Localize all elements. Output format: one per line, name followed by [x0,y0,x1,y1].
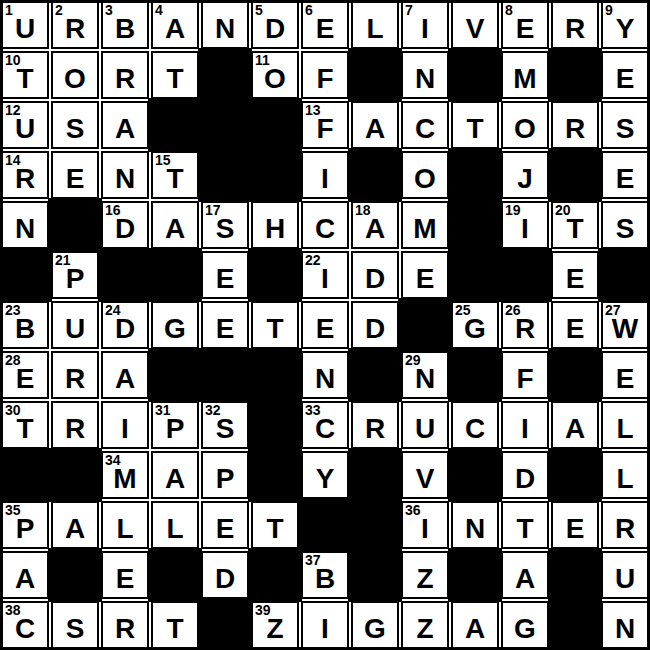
cell-r7c2[interactable]: U [51,301,99,349]
cell-r5c12[interactable]: 20T [551,201,599,249]
cell-letter: B [3,315,47,343]
cell-r10c11[interactable]: D [501,451,549,499]
cell-r5c3[interactable]: 16D [101,201,149,249]
cell-letter: A [553,415,597,443]
cell-r12c11[interactable]: A [501,551,549,599]
cell-r11c13[interactable]: R [601,501,649,549]
cell-letter: I [303,615,347,643]
cell-letter: L [153,515,197,543]
cell-r10c9[interactable]: V [401,451,449,499]
cell-r10c7[interactable]: Y [301,451,349,499]
cell-r6c8[interactable]: D [351,251,399,299]
cell-letter: E [603,65,647,93]
cell-letter: Z [253,615,297,643]
black-cell-r6c11 [500,250,550,300]
black-cell-r10c6 [250,450,300,500]
cell-letter: N [603,615,647,643]
cell-r6c5[interactable]: E [201,251,249,299]
cell-letter: U [403,415,447,443]
cell-r9c3[interactable]: I [101,401,149,449]
cell-r6c12[interactable]: E [551,251,599,299]
cell-r8c1[interactable]: 28E [1,351,49,399]
cell-r1c13[interactable]: 9Y [601,1,649,49]
cell-letter: O [403,165,447,193]
cell-letter: E [203,315,247,343]
cell-r9c5[interactable]: 32S [201,401,249,449]
cell-r13c8[interactable]: G [351,601,399,649]
cell-letter: C [453,415,497,443]
cell-r13c7[interactable]: I [301,601,349,649]
cell-letter: E [603,365,647,393]
black-cell-r4c6 [250,150,300,200]
cell-letter: A [103,365,147,393]
black-cell-r12c10 [450,550,500,600]
cell-r1c7[interactable]: 6E [301,1,349,49]
cell-r8c9[interactable]: 29N [401,351,449,399]
cell-letter: U [3,115,47,143]
cell-r9c13[interactable]: L [601,401,649,449]
cell-r3c13[interactable]: S [601,101,649,149]
cell-letter: W [603,315,647,343]
cell-letter: E [53,165,97,193]
cell-r6c7[interactable]: 22I [301,251,349,299]
cell-r11c2[interactable]: A [51,501,99,549]
cell-letter: A [153,15,197,43]
cell-letter: I [403,15,447,43]
cell-r6c2[interactable]: 21P [51,251,99,299]
cell-letter: S [53,615,97,643]
black-cell-r10c10 [450,450,500,500]
cell-letter: A [353,215,397,243]
cell-r7c7[interactable]: E [301,301,349,349]
black-cell-r6c10 [450,250,500,300]
cell-letter: G [453,315,497,343]
cell-letter: A [153,465,197,493]
black-cell-r3c6 [250,100,300,150]
cell-r12c13[interactable]: U [601,551,649,599]
cell-letter: G [503,615,547,643]
black-cell-r11c8 [350,500,400,550]
cell-letter: E [303,15,347,43]
cell-r7c6[interactable]: T [251,301,299,349]
cell-letter: T [253,515,297,543]
cell-r12c1[interactable]: A [1,551,49,599]
cell-r5c13[interactable]: S [601,201,649,249]
black-cell-r7c9 [400,300,450,350]
black-cell-r8c10 [450,350,500,400]
black-cell-r10c2 [50,450,100,500]
cell-letter: I [503,215,547,243]
cell-r9c12[interactable]: A [551,401,599,449]
cell-letter: S [203,215,247,243]
cell-letter: R [103,615,147,643]
cell-letter: C [403,115,447,143]
black-cell-r2c5 [200,50,250,100]
cell-letter: U [603,565,647,593]
cell-r8c3[interactable]: A [101,351,149,399]
cell-letter: A [153,215,197,243]
cell-letter: E [203,515,247,543]
cell-letter: B [103,15,147,43]
cell-letter: V [403,465,447,493]
cell-letter: E [3,365,47,393]
cell-letter: A [353,115,397,143]
cell-r4c3[interactable]: N [101,151,149,199]
cell-letter: B [303,565,347,593]
cell-r2c1[interactable]: 10T [1,51,49,99]
cell-r9c8[interactable]: R [351,401,399,449]
cell-letter: R [603,515,647,543]
cell-letter: G [153,315,197,343]
cell-r1c8[interactable]: L [351,1,399,49]
black-cell-r5c10 [450,200,500,250]
cell-letter: U [3,15,47,43]
cell-letter: R [103,65,147,93]
cell-letter: E [403,265,447,293]
cell-r3c7[interactable]: 13F [301,101,349,149]
cell-r7c3[interactable]: 24D [101,301,149,349]
cell-r11c3[interactable]: L [101,501,149,549]
cell-letter: E [603,165,647,193]
cell-letter: J [503,165,547,193]
cell-r5c5[interactable]: 17S [201,201,249,249]
black-cell-r8c12 [550,350,600,400]
cell-r6c9[interactable]: E [401,251,449,299]
cell-r1c6[interactable]: 5D [251,1,299,49]
cell-letter: A [503,565,547,593]
cell-r7c4[interactable]: G [151,301,199,349]
black-cell-r9c6 [250,400,300,450]
cell-r1c1[interactable]: 1U [1,1,49,49]
cell-r5c11[interactable]: 19I [501,201,549,249]
crossword-board: 1U2R3B4AN5D6EL7IV8ER9Y10TORT11OFNME12USA… [0,0,650,650]
cell-letter: P [3,515,47,543]
cell-r13c1[interactable]: 38C [1,601,49,649]
cell-r2c13[interactable]: E [601,51,649,99]
black-cell-r13c5 [200,600,250,650]
cell-r1c12[interactable]: R [551,1,599,49]
cell-letter: O [503,115,547,143]
cell-r3c2[interactable]: S [51,101,99,149]
cell-letter: I [103,415,147,443]
cell-r8c13[interactable]: E [601,351,649,399]
cell-r13c13[interactable]: N [601,601,649,649]
cell-letter: I [503,415,547,443]
cell-letter: A [103,115,147,143]
cell-letter: R [53,415,97,443]
cell-r1c3[interactable]: 3B [101,1,149,49]
cell-r1c9[interactable]: 7I [401,1,449,49]
cell-r2c11[interactable]: M [501,51,549,99]
cell-letter: P [53,265,97,293]
black-cell-r6c3 [100,250,150,300]
cell-letter: A [453,615,497,643]
cell-letter: R [53,15,97,43]
cell-r3c10[interactable]: T [451,101,499,149]
cell-r4c9[interactable]: O [401,151,449,199]
cell-letter: M [103,465,147,493]
cell-r11c1[interactable]: 35P [1,501,49,549]
cell-letter: U [53,315,97,343]
black-cell-r3c5 [200,100,250,150]
cell-letter: T [253,315,297,343]
cell-r3c8[interactable]: A [351,101,399,149]
black-cell-r12c12 [550,550,600,600]
cell-letter: R [53,365,97,393]
cell-r1c2[interactable]: 2R [51,1,99,49]
cell-letter: E [553,515,597,543]
cell-letter: C [303,215,347,243]
cell-r5c9[interactable]: M [401,201,449,249]
black-cell-r11c7 [300,500,350,550]
cell-letter: T [3,415,47,443]
cell-r1c5[interactable]: N [201,1,249,49]
black-cell-r3c4 [150,100,200,150]
cell-letter: F [303,115,347,143]
cell-letter: L [103,515,147,543]
cell-letter: F [503,365,547,393]
cell-letter: Y [303,465,347,493]
cell-letter: M [503,65,547,93]
black-cell-r5c2 [50,200,100,250]
cell-letter: F [303,65,347,93]
cell-letter: N [203,15,247,43]
cell-letter: L [353,15,397,43]
cell-r9c2[interactable]: R [51,401,99,449]
cell-letter: A [53,515,97,543]
cell-letter: D [353,265,397,293]
cell-r11c5[interactable]: E [201,501,249,549]
cell-r3c11[interactable]: O [501,101,549,149]
cell-letter: S [603,115,647,143]
cell-letter: T [153,615,197,643]
cell-letter: P [203,465,247,493]
black-cell-r4c8 [350,150,400,200]
black-cell-r10c8 [350,450,400,500]
black-cell-r4c5 [200,150,250,200]
cell-r8c11[interactable]: F [501,351,549,399]
cell-r13c6[interactable]: 39Z [251,601,299,649]
cell-r7c10[interactable]: 25G [451,301,499,349]
cell-letter: C [303,415,347,443]
cell-letter: E [103,565,147,593]
cell-letter: M [403,215,447,243]
cell-r9c11[interactable]: I [501,401,549,449]
cell-letter: N [403,65,447,93]
cell-r4c2[interactable]: E [51,151,99,199]
black-cell-r13c12 [550,600,600,650]
cell-letter: T [503,515,547,543]
black-cell-r4c10 [450,150,500,200]
cell-r9c4[interactable]: 31P [151,401,199,449]
cell-r3c3[interactable]: A [101,101,149,149]
cell-letter: V [453,15,497,43]
cell-letter: P [153,415,197,443]
cell-r2c9[interactable]: N [401,51,449,99]
cell-r13c2[interactable]: S [51,601,99,649]
cell-letter: E [553,265,597,293]
cell-letter: I [303,165,347,193]
cell-r2c7[interactable]: F [301,51,349,99]
cell-letter: O [53,65,97,93]
cell-r12c3[interactable]: E [101,551,149,599]
cell-letter: D [103,215,147,243]
cell-letter: N [303,365,347,393]
cell-r4c7[interactable]: I [301,151,349,199]
cell-r11c12[interactable]: E [551,501,599,549]
cell-r9c7[interactable]: 33C [301,401,349,449]
cell-letter: T [453,115,497,143]
cell-r8c7[interactable]: N [301,351,349,399]
cell-letter: E [203,265,247,293]
cell-letter: Z [403,565,447,593]
cell-letter: Y [603,15,647,43]
black-cell-r12c2 [50,550,100,600]
cell-letter: R [553,115,597,143]
cell-r2c6[interactable]: 11O [251,51,299,99]
cell-r1c4[interactable]: 4A [151,1,199,49]
cell-r11c6[interactable]: T [251,501,299,549]
cell-letter: N [453,515,497,543]
cell-r11c10[interactable]: N [451,501,499,549]
cell-r12c7[interactable]: 37B [301,551,349,599]
cell-r13c3[interactable]: R [101,601,149,649]
cell-letter: T [553,215,597,243]
cell-r5c7[interactable]: C [301,201,349,249]
cell-r1c10[interactable]: V [451,1,499,49]
cell-letter: N [403,365,447,393]
cell-r5c4[interactable]: A [151,201,199,249]
cell-letter: R [3,165,47,193]
cell-r9c9[interactable]: U [401,401,449,449]
cell-r13c11[interactable]: G [501,601,549,649]
cell-r11c4[interactable]: L [151,501,199,549]
cell-r3c9[interactable]: C [401,101,449,149]
cell-letter: T [153,165,197,193]
cell-letter: D [503,465,547,493]
cell-r10c3[interactable]: 34M [101,451,149,499]
cell-r4c4[interactable]: 15T [151,151,199,199]
cell-r3c12[interactable]: R [551,101,599,149]
black-cell-r2c12 [550,50,600,100]
black-cell-r6c4 [150,250,200,300]
cell-letter: I [403,515,447,543]
cell-r12c9[interactable]: Z [401,551,449,599]
cell-r13c10[interactable]: A [451,601,499,649]
cell-letter: D [203,565,247,593]
black-cell-r8c4 [150,350,200,400]
black-cell-r8c6 [250,350,300,400]
cell-letter: R [553,15,597,43]
black-cell-r10c12 [550,450,600,500]
cell-letter: D [353,315,397,343]
cell-r10c13[interactable]: L [601,451,649,499]
cell-r7c1[interactable]: 23B [1,301,49,349]
black-cell-r12c6 [250,550,300,600]
cell-r1c11[interactable]: 8E [501,1,549,49]
cell-r10c4[interactable]: A [151,451,199,499]
cell-r2c3[interactable]: R [101,51,149,99]
cell-r13c9[interactable]: Z [401,601,449,649]
black-cell-r8c5 [200,350,250,400]
cell-letter: H [253,215,297,243]
cell-r7c13[interactable]: 27W [601,301,649,349]
cell-r2c2[interactable]: O [51,51,99,99]
cell-letter: C [3,615,47,643]
cell-letter: G [353,615,397,643]
cell-r13c4[interactable]: T [151,601,199,649]
cell-letter: N [103,165,147,193]
cell-r4c11[interactable]: J [501,151,549,199]
cell-letter: R [503,315,547,343]
cell-letter: S [203,415,247,443]
black-cell-r6c1 [0,250,50,300]
cell-r5c6[interactable]: H [251,201,299,249]
black-cell-r2c8 [350,50,400,100]
cell-letter: E [503,15,547,43]
cell-letter: I [303,265,347,293]
cell-r3c1[interactable]: 12U [1,101,49,149]
cell-r12c5[interactable]: D [201,551,249,599]
black-cell-r12c8 [350,550,400,600]
cell-letter: L [603,465,647,493]
cell-r7c5[interactable]: E [201,301,249,349]
cell-letter: T [3,65,47,93]
cell-r5c1[interactable]: N [1,201,49,249]
black-cell-r6c13 [600,250,650,300]
cell-letter: D [103,315,147,343]
cell-letter: E [553,315,597,343]
cell-r10c5[interactable]: P [201,451,249,499]
cell-r4c1[interactable]: 14R [1,151,49,199]
cell-r4c13[interactable]: E [601,151,649,199]
cell-r11c9[interactable]: 36I [401,501,449,549]
cell-letter: T [153,65,197,93]
cell-r2c4[interactable]: T [151,51,199,99]
cell-letter: L [603,415,647,443]
black-cell-r10c1 [0,450,50,500]
black-cell-r12c4 [150,550,200,600]
cell-letter: S [603,215,647,243]
cell-r5c8[interactable]: 18A [351,201,399,249]
cell-letter: O [253,65,297,93]
cell-r9c1[interactable]: 30T [1,401,49,449]
cell-letter: S [53,115,97,143]
cell-r7c12[interactable]: E [551,301,599,349]
black-cell-r6c6 [250,250,300,300]
cell-r7c11[interactable]: 26R [501,301,549,349]
cell-r11c11[interactable]: T [501,501,549,549]
cell-r7c8[interactable]: D [351,301,399,349]
cell-letter: N [3,215,47,243]
cell-letter: D [253,15,297,43]
cell-letter: E [303,315,347,343]
black-cell-r8c8 [350,350,400,400]
cell-letter: R [353,415,397,443]
cell-letter: A [3,565,47,593]
cell-letter: Z [403,615,447,643]
black-cell-r4c12 [550,150,600,200]
cell-r8c2[interactable]: R [51,351,99,399]
cell-r9c10[interactable]: C [451,401,499,449]
black-cell-r2c10 [450,50,500,100]
